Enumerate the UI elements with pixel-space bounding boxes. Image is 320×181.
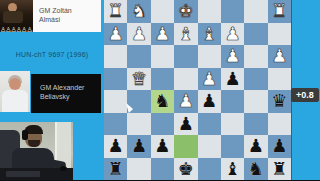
black-rook: ♜ [108,160,124,178]
white-player-name-line2: Almási [39,15,101,24]
black-king: ♚ [178,160,194,178]
square-h7[interactable]: ♟ [104,135,127,158]
square-g3[interactable] [127,45,150,68]
square-d1[interactable] [198,0,221,23]
black-player-name-line2: Beliavsky [40,92,101,101]
white-knight: ♞ [131,2,147,20]
white-bishop: ♝ [201,25,217,43]
square-h1[interactable]: ♜ [104,0,127,23]
square-b2[interactable] [244,23,267,46]
black-player-card: GM Alexander Beliavsky [31,74,101,113]
square-a4[interactable] [268,68,291,91]
square-b7[interactable]: ♟ [244,135,267,158]
square-b1[interactable] [244,0,267,23]
white-pawn: ♟ [131,25,147,43]
square-d6[interactable] [198,113,221,136]
square-g4[interactable]: ♛ [127,68,150,91]
square-d3[interactable] [198,45,221,68]
stream-frame: ♙♙♙♙♙♙♙ GM Zoltán Almási HUN-chT 9697 (1… [0,0,320,180]
square-e2[interactable]: ♝ [174,23,197,46]
square-c8[interactable]: ♝ [221,158,244,181]
white-pawn: ♟ [178,92,194,110]
square-f1[interactable] [151,0,174,23]
square-e3[interactable] [174,45,197,68]
square-a5[interactable]: ♛ [268,90,291,113]
black-pawn: ♟ [108,137,124,155]
white-pawn: ♟ [154,25,170,43]
white-pawn: ♟ [224,47,240,65]
white-player-card: GM Zoltán Almási [33,0,101,32]
square-f2[interactable]: ♟ [151,23,174,46]
square-e7[interactable] [174,135,197,158]
black-player-photo [0,71,30,112]
black-queen: ♛ [271,92,287,110]
white-pawn: ♟ [201,70,217,88]
black-pawn: ♟ [178,115,194,133]
webcam-video [0,122,73,180]
square-c4[interactable]: ♟ [221,68,244,91]
square-b8[interactable]: ♞ [244,158,267,181]
white-player-body [3,11,23,23]
black-pawn: ♟ [224,70,240,88]
chess-pieces-decor: ♙♙♙♙♙♙♙ [0,26,33,32]
square-e8[interactable]: ♚ [174,158,197,181]
square-c5[interactable] [221,90,244,113]
square-a3[interactable]: ♟ [268,45,291,68]
white-rook: ♜ [108,2,124,20]
white-rook: ♜ [271,2,287,20]
square-f7[interactable]: ♟ [151,135,174,158]
chess-board: ♜♞♚♜♟♟♟♝♝♟♟♟♛♟♟♞♟♟♛♟♟♟♟♟♟♜♚♝♞♜ [104,0,292,180]
black-player-face [9,78,21,90]
square-f6[interactable] [151,113,174,136]
square-a7[interactable]: ♟ [268,135,291,158]
square-c3[interactable]: ♟ [221,45,244,68]
square-h8[interactable]: ♜ [104,158,127,181]
black-pawn: ♟ [131,137,147,155]
black-pawn: ♟ [248,137,264,155]
square-d2[interactable]: ♝ [198,23,221,46]
white-player-name-line1: GM Zoltán [39,6,101,15]
square-g1[interactable]: ♞ [127,0,150,23]
square-f4[interactable] [151,68,174,91]
black-knight: ♞ [248,160,264,178]
black-player-shirt [2,90,28,112]
square-c2[interactable]: ♟ [221,23,244,46]
square-h6[interactable] [104,113,127,136]
white-king: ♚ [178,2,194,20]
square-b6[interactable] [244,113,267,136]
square-g6[interactable] [127,113,150,136]
square-d4[interactable]: ♟ [198,68,221,91]
square-d8[interactable] [198,158,221,181]
square-a1[interactable]: ♜ [268,0,291,23]
white-bishop: ♝ [178,25,194,43]
black-bishop: ♝ [224,160,240,178]
square-c1[interactable] [221,0,244,23]
square-h3[interactable] [104,45,127,68]
square-e5[interactable]: ♟ [174,90,197,113]
square-b3[interactable] [244,45,267,68]
square-e6[interactable]: ♟ [174,113,197,136]
square-d7[interactable] [198,135,221,158]
square-g7[interactable]: ♟ [127,135,150,158]
square-f3[interactable] [151,45,174,68]
white-pawn: ♟ [271,47,287,65]
eval-badge: +0.8 [291,88,319,102]
webcam-mouse [60,166,67,171]
square-e1[interactable]: ♚ [174,0,197,23]
square-c7[interactable] [221,135,244,158]
square-f5[interactable]: ♞ [151,90,174,113]
white-pawn: ♟ [224,25,240,43]
black-pawn: ♟ [271,137,287,155]
square-a8[interactable]: ♜ [268,158,291,181]
white-queen: ♛ [131,70,147,88]
square-e4[interactable] [174,68,197,91]
square-g8[interactable] [127,158,150,181]
square-h4[interactable] [104,68,127,91]
black-pawn: ♟ [201,92,217,110]
square-a6[interactable] [268,113,291,136]
square-h5[interactable] [104,90,127,113]
black-knight: ♞ [154,92,170,110]
square-f8[interactable] [151,158,174,181]
square-b5[interactable] [244,90,267,113]
square-g2[interactable]: ♟ [127,23,150,46]
black-rook: ♜ [271,160,287,178]
square-h2[interactable]: ♟ [104,23,127,46]
webcam-keyboard [6,171,40,177]
square-c6[interactable] [221,113,244,136]
black-player-name-line1: GM Alexander [40,83,101,92]
square-a2[interactable] [268,23,291,46]
event-label: HUN-chT 9697 (1996) [0,51,104,58]
black-pawn: ♟ [154,137,170,155]
white-player-photo: ♙♙♙♙♙♙♙ [0,0,33,32]
white-pawn: ♟ [108,25,124,43]
square-b4[interactable] [244,68,267,91]
headphones-icon [22,130,28,140]
square-d5[interactable]: ♟ [198,90,221,113]
